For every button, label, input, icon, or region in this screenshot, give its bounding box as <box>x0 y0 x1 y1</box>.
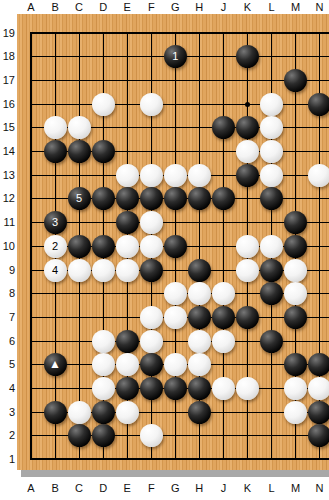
stone-black-D3[interactable] <box>92 401 115 424</box>
stone-black-N2[interactable] <box>308 424 329 447</box>
stone-black-C14[interactable] <box>68 140 91 163</box>
row-label: 19 <box>0 27 15 40</box>
stone-white-G8[interactable] <box>164 282 187 305</box>
stone-black-N16[interactable] <box>308 93 329 116</box>
column-label-top: F <box>141 1 161 14</box>
stone-black-L9[interactable] <box>260 259 283 282</box>
stone-white-D4[interactable] <box>92 377 115 400</box>
stone-white-C9[interactable] <box>68 259 91 282</box>
stone-white-H8[interactable] <box>188 282 211 305</box>
stone-white-N13[interactable] <box>308 164 329 187</box>
column-label-top: D <box>93 1 113 14</box>
stone-white-F16[interactable] <box>140 93 163 116</box>
stone-black-C10[interactable] <box>68 235 91 258</box>
board-edge-shadow <box>21 470 329 477</box>
stone-black-H3[interactable] <box>188 401 211 424</box>
stone-black-N3[interactable] <box>308 401 329 424</box>
star-point <box>245 102 250 107</box>
stone-black-F4[interactable] <box>140 377 163 400</box>
stone-white-F11[interactable] <box>140 211 163 234</box>
stone-black-C2[interactable] <box>68 424 91 447</box>
stone-black-N5[interactable] <box>308 353 329 376</box>
stone-black-H9[interactable] <box>188 259 211 282</box>
column-label-bottom: H <box>189 482 209 495</box>
row-label: 16 <box>0 98 15 111</box>
stone-white-F10[interactable] <box>140 235 163 258</box>
column-label-top: C <box>69 1 89 14</box>
column-label-bottom: D <box>93 482 113 495</box>
stone-black-E4[interactable] <box>116 377 139 400</box>
stone-black-H7[interactable] <box>188 306 211 329</box>
move-number-label: 2 <box>52 240 58 252</box>
grid-line-horizontal <box>30 32 329 34</box>
column-label-top: M <box>286 1 306 14</box>
stone-black-K7[interactable] <box>236 306 259 329</box>
column-label-top: N <box>310 1 329 14</box>
column-label-bottom: A <box>21 482 41 495</box>
stone-white-E3[interactable] <box>116 401 139 424</box>
stone-black-J7[interactable] <box>212 306 235 329</box>
row-label: 2 <box>0 429 15 442</box>
row-label: 8 <box>0 287 15 300</box>
stone-black-G10[interactable] <box>164 235 187 258</box>
column-label-bottom: F <box>141 482 161 495</box>
go-board-diagram: AABBCCDDEEFFGGHHJJKKLLMMNN19181716151413… <box>0 0 329 500</box>
row-label: 3 <box>0 406 15 419</box>
stone-white-B10[interactable]: 2 <box>44 235 67 258</box>
stone-white-M4[interactable] <box>284 377 307 400</box>
column-label-bottom: M <box>286 482 306 495</box>
stone-white-J8[interactable] <box>212 282 235 305</box>
stone-white-G7[interactable] <box>164 306 187 329</box>
row-label: 11 <box>0 216 15 229</box>
row-label: 15 <box>0 121 15 134</box>
stone-white-F2[interactable] <box>140 424 163 447</box>
stone-black-M10[interactable] <box>284 235 307 258</box>
stone-black-L8[interactable] <box>260 282 283 305</box>
stone-white-H6[interactable] <box>188 330 211 353</box>
stone-white-K9[interactable] <box>236 259 259 282</box>
stone-white-D16[interactable] <box>92 93 115 116</box>
stone-black-F5[interactable] <box>140 353 163 376</box>
column-label-bottom: G <box>165 482 185 495</box>
stone-white-L10[interactable] <box>260 235 283 258</box>
column-label-top: K <box>237 1 257 14</box>
stone-white-M3[interactable] <box>284 401 307 424</box>
stone-black-E6[interactable] <box>116 330 139 353</box>
stone-white-C15[interactable] <box>68 116 91 139</box>
stone-white-K10[interactable] <box>236 235 259 258</box>
column-label-bottom: K <box>237 482 257 495</box>
stone-white-L13[interactable] <box>260 164 283 187</box>
column-label-top: E <box>117 1 137 14</box>
stone-white-H13[interactable] <box>188 164 211 187</box>
grid-line-horizontal <box>30 104 329 105</box>
move-number-label: 4 <box>52 264 58 276</box>
stone-black-K13[interactable] <box>236 164 259 187</box>
column-label-bottom: E <box>117 482 137 495</box>
row-label: 9 <box>0 264 15 277</box>
row-label: 6 <box>0 335 15 348</box>
stone-white-C3[interactable] <box>68 401 91 424</box>
row-label: 18 <box>0 50 15 63</box>
stone-white-D5[interactable] <box>92 353 115 376</box>
stone-white-B9[interactable]: 4 <box>44 259 67 282</box>
column-label-top: G <box>165 1 185 14</box>
stone-white-E10[interactable] <box>116 235 139 258</box>
stone-black-L6[interactable] <box>260 330 283 353</box>
stone-black-B14[interactable] <box>44 140 67 163</box>
stone-black-D12[interactable] <box>92 187 115 210</box>
stone-white-B15[interactable] <box>44 116 67 139</box>
column-label-bottom: L <box>262 482 282 495</box>
row-label: 5 <box>0 358 15 371</box>
stone-white-K4[interactable] <box>236 377 259 400</box>
column-label-bottom: B <box>45 482 65 495</box>
stone-white-L14[interactable] <box>260 140 283 163</box>
row-label: 13 <box>0 169 15 182</box>
move-number-label: 5 <box>76 192 82 204</box>
stone-black-C12[interactable]: 5 <box>68 187 91 210</box>
stone-white-F13[interactable] <box>140 164 163 187</box>
stone-white-F7[interactable] <box>140 306 163 329</box>
row-label: 17 <box>0 74 15 87</box>
stone-black-M7[interactable] <box>284 306 307 329</box>
stone-black-D14[interactable] <box>92 140 115 163</box>
stone-white-J4[interactable] <box>212 377 235 400</box>
column-label-bottom: N <box>310 482 329 495</box>
stone-white-D9[interactable] <box>92 259 115 282</box>
stone-black-G4[interactable] <box>164 377 187 400</box>
stone-white-F6[interactable] <box>140 330 163 353</box>
column-label-top: H <box>189 1 209 14</box>
stone-white-E9[interactable] <box>116 259 139 282</box>
stone-black-F9[interactable] <box>140 259 163 282</box>
stone-black-D10[interactable] <box>92 235 115 258</box>
stone-white-D6[interactable] <box>92 330 115 353</box>
stone-white-H5[interactable] <box>188 353 211 376</box>
triangle-mark-icon: ▲ <box>44 353 67 376</box>
grid-line-horizontal <box>30 458 329 460</box>
stone-white-L16[interactable] <box>260 93 283 116</box>
move-number-label: 3 <box>52 216 58 228</box>
column-label-bottom: J <box>213 482 233 495</box>
row-label: 14 <box>0 145 15 158</box>
stone-black-B3[interactable] <box>44 401 67 424</box>
stone-white-G13[interactable] <box>164 164 187 187</box>
stone-white-G5[interactable] <box>164 353 187 376</box>
row-label: 1 <box>0 453 15 466</box>
stone-white-E13[interactable] <box>116 164 139 187</box>
move-number-label: 1 <box>172 50 178 62</box>
column-label-top: A <box>21 1 41 14</box>
stone-black-D2[interactable] <box>92 424 115 447</box>
column-label-top: B <box>45 1 65 14</box>
stone-white-N4[interactable] <box>308 377 329 400</box>
stone-black-B5[interactable]: ▲ <box>44 353 67 376</box>
stone-black-H4[interactable] <box>188 377 211 400</box>
stone-black-E11[interactable] <box>116 211 139 234</box>
row-label: 12 <box>0 192 15 205</box>
row-label: 10 <box>0 240 15 253</box>
stone-black-B11[interactable]: 3 <box>44 211 67 234</box>
stone-white-J6[interactable] <box>212 330 235 353</box>
row-label: 7 <box>0 311 15 324</box>
stone-white-M9[interactable] <box>284 259 307 282</box>
column-label-bottom: C <box>69 482 89 495</box>
column-label-top: L <box>262 1 282 14</box>
stone-white-K14[interactable] <box>236 140 259 163</box>
row-label: 4 <box>0 382 15 395</box>
column-label-top: J <box>213 1 233 14</box>
grid-line-horizontal <box>30 341 329 342</box>
stone-white-E5[interactable] <box>116 353 139 376</box>
